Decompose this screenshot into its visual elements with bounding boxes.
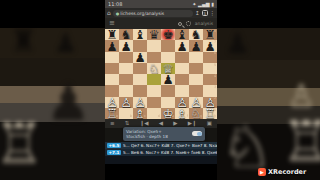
square-c1[interactable]: ♗c <box>133 108 147 119</box>
eval-badge: +6.5 <box>107 143 121 149</box>
square-d1[interactable]: d <box>147 108 161 119</box>
square-d4[interactable] <box>147 74 161 85</box>
square-a4[interactable] <box>105 74 119 85</box>
square-b7[interactable]: ♟ <box>119 40 133 51</box>
coord-rank-6: 6 <box>214 52 216 56</box>
square-a7[interactable]: ♟ <box>105 40 119 51</box>
browser-menu-icon[interactable]: ⋮ <box>210 8 216 18</box>
square-f1[interactable]: ♗f <box>175 108 189 119</box>
coord-rank-1: 1 <box>214 109 216 113</box>
square-b6[interactable] <box>119 52 133 63</box>
blurred-background-left: ♜♟♟♖ <box>0 0 105 180</box>
square-f3[interactable] <box>175 85 189 96</box>
coord-rank-2: 2 <box>214 97 216 101</box>
square-b5[interactable] <box>119 63 133 74</box>
square-e3[interactable] <box>161 85 175 96</box>
square-e6[interactable] <box>161 52 175 63</box>
xrecorder-icon: ▶ <box>258 168 266 176</box>
square-a6[interactable] <box>105 52 119 63</box>
settings-gear-icon[interactable] <box>186 21 191 26</box>
square-f2[interactable]: ♙ <box>175 97 189 108</box>
square-e8[interactable]: ♚ <box>161 29 175 40</box>
square-f8[interactable]: ♝ <box>175 29 189 40</box>
square-c5[interactable] <box>133 63 147 74</box>
square-g3[interactable] <box>189 85 203 96</box>
square-a8[interactable]: ♜ <box>105 29 119 40</box>
engine-line-2[interactable]: +7.1 5... Be6 6. Nxc7+ Kd8 7. Nxe6+ fxe6… <box>105 149 217 156</box>
coord-file-b: b <box>130 115 132 119</box>
square-e5[interactable]: ♕ <box>161 63 175 74</box>
square-d8[interactable]: ♛ <box>147 29 161 40</box>
blurred-white-rook: ♖ <box>0 116 44 172</box>
menu-icon[interactable]: ≡ <box>110 119 115 128</box>
home-icon[interactable]: ⌂ <box>107 8 111 18</box>
hamburger-menu-icon[interactable]: ≡ <box>109 18 115 29</box>
square-h3[interactable]: 3 <box>203 85 217 96</box>
square-c8[interactable]: ♝ <box>133 29 147 40</box>
square-a1[interactable]: ♖a <box>105 108 119 119</box>
blurred-black-pawn-large: ♟ <box>46 78 91 128</box>
coord-file-f: f <box>187 115 188 119</box>
status-time: 11:08 <box>108 0 122 8</box>
square-h7[interactable]: ♟7 <box>203 40 217 51</box>
blurred-black-pawn: ♟ <box>54 30 77 56</box>
square-c2[interactable]: ♙ <box>133 97 147 108</box>
lichess-top-bar: ≡ analysis <box>105 18 217 29</box>
blurred-white-rook: ♖ <box>281 114 320 170</box>
coord-file-e: e <box>172 115 174 119</box>
square-d7[interactable] <box>147 40 161 51</box>
square-e4[interactable]: ♟ <box>161 74 175 85</box>
blurred-black-pawn: ♟ <box>225 30 250 58</box>
bottom-strip <box>105 156 217 164</box>
square-e7[interactable] <box>161 40 175 51</box>
square-g7[interactable]: ♟ <box>189 40 203 51</box>
square-a5[interactable] <box>105 63 119 74</box>
coord-file-h: h <box>214 115 216 119</box>
engine-toggle-knob <box>197 132 201 136</box>
coord-rank-8: 8 <box>214 30 216 34</box>
square-g1[interactable]: ♘g <box>189 108 203 119</box>
url-field[interactable]: ●lichess.org/analysis <box>113 10 193 17</box>
square-f5[interactable] <box>175 63 189 74</box>
square-f7[interactable]: ♟ <box>175 40 189 51</box>
square-c4[interactable] <box>133 74 147 85</box>
xrecorder-label: XRecorder <box>268 168 306 176</box>
engine-toggle[interactable] <box>192 131 202 136</box>
blurred-white-pawn: ♙ <box>287 80 316 112</box>
chess-board[interactable]: ♜♞♝♛♚♝♞♜8♟♟♟♟♟7♟6♘♕5♟43♙♙♙♙♙♙2♖ab♗cd♔e♗f… <box>105 29 217 119</box>
coord-file-c: c <box>144 115 146 119</box>
screen: ♜♟♟♖ ♟♙♘♖ 11:08 ✦ ▂▄▆ ▮ ⌂ ●lichess.org/a… <box>0 0 320 180</box>
square-g4[interactable] <box>189 74 203 85</box>
coord-file-a: a <box>116 115 118 119</box>
engine-line-moves[interactable]: 5... Qe7 6. Nxc7+ Kd8 7. Qxe7+ Bxe7 8. N… <box>123 143 217 148</box>
engine-panel: Variation: Qxe5+ Stockfish · depth 18 <box>123 127 205 141</box>
board-menu-icon[interactable]: ▣ <box>207 119 212 128</box>
blurred-background-right: ♟♙♘♖ <box>217 0 320 180</box>
coord-rank-7: 7 <box>214 41 216 45</box>
square-b8[interactable]: ♞ <box>119 29 133 40</box>
coord-rank-4: 4 <box>214 75 216 79</box>
square-h4[interactable]: 4 <box>203 74 217 85</box>
coord-file-d: d <box>158 115 160 119</box>
square-d3[interactable] <box>147 85 161 96</box>
tabs-button[interactable]: 3 <box>202 10 208 16</box>
square-f4[interactable] <box>175 74 189 85</box>
square-a2[interactable]: ♙ <box>105 97 119 108</box>
square-g6[interactable] <box>189 52 203 63</box>
engine-line-moves[interactable]: 5... Be6 6. Nxc7+ Kd8 7. Nxe6+ fxe6 8. Q… <box>123 150 217 155</box>
square-d2[interactable] <box>147 97 161 108</box>
url-text: lichess.org/analysis <box>120 11 164 16</box>
coord-rank-5: 5 <box>214 64 216 68</box>
status-right-icons: ✦ ▂▄▆ ▮ <box>192 0 214 8</box>
blurred-black-rook: ♜ <box>10 26 37 56</box>
search-icon[interactable] <box>178 22 182 26</box>
browser-url-bar: ⌂ ●lichess.org/analysis ↥ 3 ⋮ <box>105 8 217 18</box>
square-h2[interactable]: ♙2 <box>203 97 217 108</box>
engine-line-1[interactable]: +6.5 5... Qe7 6. Nxc7+ Kd8 7. Qxe7+ Bxe7… <box>105 142 217 149</box>
square-b1[interactable]: b <box>119 108 133 119</box>
coord-file-g: g <box>200 115 202 119</box>
engine-panel-line2: Stockfish · depth 18 <box>126 134 192 139</box>
page-label: analysis <box>195 21 213 26</box>
square-h8[interactable]: ♜8 <box>203 29 217 40</box>
lock-icon: ● <box>116 11 120 16</box>
square-c3[interactable] <box>133 85 147 96</box>
share-icon[interactable]: ↥ <box>195 8 200 18</box>
square-d6[interactable] <box>147 52 161 63</box>
coord-rank-3: 3 <box>214 86 216 90</box>
square-c7[interactable] <box>133 40 147 51</box>
square-c6[interactable]: ♟ <box>133 52 147 63</box>
square-a3[interactable] <box>105 85 119 96</box>
phone-screenshot: 11:08 ✦ ▂▄▆ ▮ ⌂ ●lichess.org/analysis ↥ … <box>105 0 217 156</box>
square-h5[interactable]: 5 <box>203 63 217 74</box>
square-g2[interactable]: ♙ <box>189 97 203 108</box>
square-d5[interactable]: ♘ <box>147 63 161 74</box>
square-h6[interactable]: 6 <box>203 52 217 63</box>
square-g5[interactable] <box>189 63 203 74</box>
eval-badge: +7.1 <box>107 150 121 156</box>
square-e1[interactable]: ♔e <box>161 108 175 119</box>
square-f6[interactable] <box>175 52 189 63</box>
square-b3[interactable] <box>119 85 133 96</box>
square-h1[interactable]: ♖h1 <box>203 108 217 119</box>
square-g8[interactable]: ♞ <box>189 29 203 40</box>
square-b2[interactable]: ♙ <box>119 97 133 108</box>
square-b4[interactable] <box>119 74 133 85</box>
square-e2[interactable] <box>161 97 175 108</box>
android-status-bar: 11:08 ✦ ▂▄▆ ▮ <box>105 0 217 8</box>
xrecorder-watermark: ▶ XRecorder <box>258 166 306 177</box>
